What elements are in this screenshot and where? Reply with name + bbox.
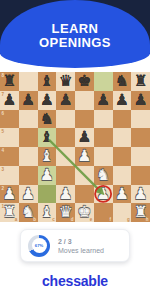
square-f3[interactable]: ♞ xyxy=(94,166,113,185)
piece-black-pawn-h7[interactable]: ♟ xyxy=(131,91,150,110)
piece-white-rook-a1[interactable]: ♜ xyxy=(0,203,19,222)
square-b2[interactable]: ♟ xyxy=(19,185,38,204)
square-e4[interactable]: ♟ xyxy=(75,147,94,166)
piece-black-rook-h8[interactable]: ♜ xyxy=(131,72,150,91)
coord-rank-3: 3 xyxy=(2,167,5,172)
square-c6[interactable]: ♞ xyxy=(38,110,57,129)
piece-black-king-e8[interactable]: ♚ xyxy=(75,72,94,91)
chessable-logo: chessable xyxy=(0,273,150,289)
square-a1[interactable]: 1a♜ xyxy=(0,203,19,222)
square-h5[interactable] xyxy=(131,128,150,147)
square-f5[interactable] xyxy=(94,128,113,147)
square-e7[interactable] xyxy=(75,91,94,110)
square-f7[interactable]: ♟ xyxy=(94,91,113,110)
piece-white-pawn-g2[interactable]: ♟ xyxy=(113,185,132,204)
square-d8[interactable]: ♛ xyxy=(56,72,75,91)
piece-white-king-e1[interactable]: ♚ xyxy=(75,203,94,222)
coord-file-f: f xyxy=(110,217,112,222)
square-b3[interactable] xyxy=(19,166,38,185)
square-b5[interactable] xyxy=(19,128,38,147)
square-g3[interactable] xyxy=(113,166,132,185)
square-d3[interactable] xyxy=(56,166,75,185)
square-a7[interactable]: 7♟ xyxy=(0,91,19,110)
square-f4[interactable] xyxy=(94,147,113,166)
piece-black-pawn-a7[interactable]: ♟ xyxy=(0,91,19,110)
square-h6[interactable] xyxy=(131,110,150,129)
square-a3[interactable]: 3 xyxy=(0,166,19,185)
piece-black-bishop-c5[interactable]: ♝ xyxy=(38,128,57,147)
piece-black-knight-c6[interactable]: ♞ xyxy=(38,110,57,129)
square-b4[interactable] xyxy=(19,147,38,166)
square-g8[interactable]: ♞ xyxy=(113,72,132,91)
piece-black-pawn-g7[interactable]: ♟ xyxy=(113,91,132,110)
square-f8[interactable] xyxy=(94,72,113,91)
piece-black-pawn-e5[interactable]: ♟ xyxy=(75,128,94,147)
square-a8[interactable]: 8♜ xyxy=(0,72,19,91)
square-b8[interactable] xyxy=(19,72,38,91)
square-b1[interactable]: b♞ xyxy=(19,203,38,222)
headline-line2: OPENINGS xyxy=(0,36,150,50)
square-h8[interactable]: ♜ xyxy=(131,72,150,91)
square-d1[interactable]: d♛ xyxy=(56,203,75,222)
progress-ring: 67% xyxy=(28,235,50,257)
piece-black-pawn-b7[interactable]: ♟ xyxy=(19,91,38,110)
square-f2[interactable]: ♟ xyxy=(94,185,113,204)
header: LEARN OPENINGS xyxy=(0,0,150,72)
square-h7[interactable]: ♟ xyxy=(131,91,150,110)
square-e6[interactable] xyxy=(75,110,94,129)
piece-white-rook-h1[interactable]: ♜ xyxy=(131,203,150,222)
coord-rank-6: 6 xyxy=(2,111,5,116)
piece-black-pawn-d7[interactable]: ♟ xyxy=(56,91,75,110)
coord-rank-4: 4 xyxy=(2,148,5,153)
square-g4[interactable] xyxy=(113,147,132,166)
piece-white-bishop-c1[interactable]: ♝ xyxy=(38,203,57,222)
headline-line1: LEARN xyxy=(0,22,150,36)
square-h4[interactable] xyxy=(131,147,150,166)
piece-white-pawn-b2[interactable]: ♟ xyxy=(19,185,38,204)
square-e3[interactable] xyxy=(75,166,94,185)
piece-white-queen-d1[interactable]: ♛ xyxy=(56,203,75,222)
square-c7[interactable]: ♟ xyxy=(38,91,57,110)
square-e5[interactable]: ♟ xyxy=(75,128,94,147)
piece-black-knight-g8[interactable]: ♞ xyxy=(113,72,132,91)
square-e1[interactable]: e♚ xyxy=(75,203,94,222)
piece-white-pawn-a2[interactable]: ♟ xyxy=(0,185,19,204)
square-d4[interactable] xyxy=(56,147,75,166)
chess-board: 8♜♝♛♚♞♜7♟♟♟♟♟♟♟6♞5♝♟4♝♟3♟♞2♟♟♟♟♟♟1a♜b♞c♝… xyxy=(0,72,150,222)
square-a5[interactable]: 5 xyxy=(0,128,19,147)
square-a6[interactable]: 6 xyxy=(0,110,19,129)
square-f1[interactable]: f xyxy=(94,203,113,222)
square-c1[interactable]: c♝ xyxy=(38,203,57,222)
square-c2[interactable] xyxy=(38,185,57,204)
progress-percent: 67% xyxy=(35,243,43,247)
square-d2[interactable]: ♟ xyxy=(56,185,75,204)
piece-white-pawn-h2[interactable]: ♟ xyxy=(131,185,150,204)
piece-black-queen-d8[interactable]: ♛ xyxy=(56,72,75,91)
square-h1[interactable]: h♜ xyxy=(131,203,150,222)
square-b7[interactable]: ♟ xyxy=(19,91,38,110)
square-b6[interactable] xyxy=(19,110,38,129)
coord-file-g: g xyxy=(127,217,130,222)
piece-white-pawn-d2[interactable]: ♟ xyxy=(56,185,75,204)
square-d5[interactable] xyxy=(56,128,75,147)
piece-black-bishop-c8[interactable]: ♝ xyxy=(38,72,57,91)
piece-white-knight-f3[interactable]: ♞ xyxy=(94,166,113,185)
progress-ring-hole: 67% xyxy=(32,238,47,253)
progress-text: 2 / 3 Moves learned xyxy=(58,237,104,255)
piece-white-knight-b1[interactable]: ♞ xyxy=(19,203,38,222)
square-g5[interactable] xyxy=(113,128,132,147)
square-g2[interactable]: ♟ xyxy=(113,185,132,204)
piece-white-pawn-e4[interactable]: ♟ xyxy=(75,147,94,166)
piece-white-bishop-c4[interactable]: ♝ xyxy=(38,147,57,166)
square-a2[interactable]: 2♟ xyxy=(0,185,19,204)
piece-black-rook-a8[interactable]: ♜ xyxy=(0,72,19,91)
progress-card: 67% 2 / 3 Moves learned xyxy=(20,229,130,262)
square-c8[interactable]: ♝ xyxy=(38,72,57,91)
square-f6[interactable] xyxy=(94,110,113,129)
square-e8[interactable]: ♚ xyxy=(75,72,94,91)
square-g6[interactable] xyxy=(113,110,132,129)
piece-black-pawn-f7[interactable]: ♟ xyxy=(94,91,113,110)
square-a4[interactable]: 4 xyxy=(0,147,19,166)
square-h3[interactable] xyxy=(131,166,150,185)
square-e2[interactable] xyxy=(75,185,94,204)
headline: LEARN OPENINGS xyxy=(0,22,150,50)
coord-rank-5: 5 xyxy=(2,129,5,134)
square-h2[interactable]: ♟ xyxy=(131,185,150,204)
piece-white-pawn-f2[interactable]: ♟ xyxy=(94,185,113,204)
piece-white-pawn-c3[interactable]: ♟ xyxy=(38,166,57,185)
progress-caption: Moves learned xyxy=(58,246,104,255)
square-c4[interactable]: ♝ xyxy=(38,147,57,166)
square-g7[interactable]: ♟ xyxy=(113,91,132,110)
square-g1[interactable]: g xyxy=(113,203,132,222)
progress-fraction: 2 / 3 xyxy=(58,237,104,246)
piece-black-pawn-c7[interactable]: ♟ xyxy=(38,91,57,110)
square-d6[interactable] xyxy=(56,110,75,129)
square-d7[interactable]: ♟ xyxy=(56,91,75,110)
square-c3[interactable]: ♟ xyxy=(38,166,57,185)
square-c5[interactable]: ♝ xyxy=(38,128,57,147)
